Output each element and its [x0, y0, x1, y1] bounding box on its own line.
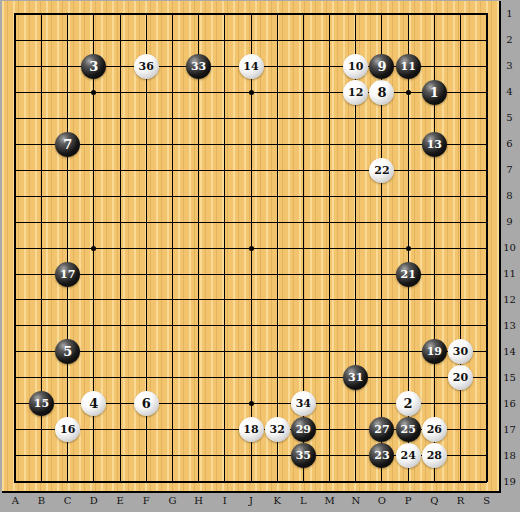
row-label-16: 16 [501, 398, 518, 409]
star-point [249, 246, 254, 251]
col-label-F: F [136, 495, 156, 506]
stone-move-27-black[interactable]: 27 [369, 417, 394, 442]
stone-move-11-black[interactable]: 11 [396, 54, 421, 79]
stone-move-20-white[interactable]: 20 [448, 365, 473, 390]
row-label-18: 18 [501, 450, 518, 461]
stone-move-10-white[interactable]: 10 [343, 54, 368, 79]
row-label-8: 8 [501, 190, 518, 201]
col-label-P: P [398, 495, 418, 506]
star-point [406, 246, 411, 251]
col-label-H: H [189, 495, 209, 506]
row-label-19: 19 [501, 476, 518, 487]
grid-line [277, 13, 278, 482]
stone-move-14-white[interactable]: 14 [239, 54, 264, 79]
page: 1234567891011121314151617181920212223242… [0, 0, 520, 512]
row-label-9: 9 [501, 216, 518, 227]
stone-move-13-black[interactable]: 13 [422, 132, 447, 157]
stone-move-35-black[interactable]: 35 [291, 443, 316, 468]
col-label-Q: Q [424, 495, 444, 506]
grid-line [14, 481, 487, 483]
stone-move-7-black[interactable]: 7 [55, 132, 80, 157]
row-label-15: 15 [501, 372, 518, 383]
col-label-L: L [293, 495, 313, 506]
stone-move-1-black[interactable]: 1 [422, 80, 447, 105]
star-point [91, 90, 96, 95]
row-label-10: 10 [501, 242, 518, 253]
row-label-17: 17 [501, 424, 518, 435]
col-label-B: B [31, 495, 51, 506]
row-label-14: 14 [501, 346, 518, 357]
stone-move-30-white[interactable]: 30 [448, 339, 473, 364]
grid-line [14, 325, 487, 326]
stone-move-32-white[interactable]: 32 [265, 417, 290, 442]
row-label-11: 11 [501, 268, 518, 279]
col-label-O: O [372, 495, 392, 506]
col-label-A: A [5, 495, 25, 506]
stone-move-34-white[interactable]: 34 [291, 391, 316, 416]
grid-line [329, 13, 330, 482]
star-point [249, 401, 254, 406]
row-label-3: 3 [501, 60, 518, 71]
row-label-4: 4 [501, 86, 518, 97]
stone-move-25-black[interactable]: 25 [396, 417, 421, 442]
stone-move-3-black[interactable]: 3 [81, 54, 106, 79]
stone-move-23-black[interactable]: 23 [369, 443, 394, 468]
stone-move-26-white[interactable]: 26 [422, 417, 447, 442]
stone-move-33-black[interactable]: 33 [186, 54, 211, 79]
col-label-N: N [346, 495, 366, 506]
star-point [406, 90, 411, 95]
row-label-6: 6 [501, 138, 518, 149]
stone-move-2-white[interactable]: 2 [396, 391, 421, 416]
col-label-R: R [451, 495, 471, 506]
col-label-J: J [241, 495, 261, 506]
star-point [249, 90, 254, 95]
stone-move-9-black[interactable]: 9 [369, 54, 394, 79]
col-label-M: M [320, 495, 340, 506]
stone-move-24-white[interactable]: 24 [396, 443, 421, 468]
grid-line [14, 299, 487, 300]
stone-move-16-white[interactable]: 16 [55, 417, 80, 442]
row-label-5: 5 [501, 112, 518, 123]
row-label-1: 1 [501, 8, 518, 19]
stone-move-12-white[interactable]: 12 [343, 80, 368, 105]
stone-move-17-black[interactable]: 17 [55, 262, 80, 287]
stone-move-21-black[interactable]: 21 [396, 262, 421, 287]
col-label-D: D [84, 495, 104, 506]
col-label-I: I [215, 495, 235, 506]
grid-line [486, 13, 488, 482]
star-point [91, 246, 96, 251]
stone-move-18-white[interactable]: 18 [239, 417, 264, 442]
stone-move-28-white[interactable]: 28 [422, 443, 447, 468]
row-label-2: 2 [501, 34, 518, 45]
row-label-12: 12 [501, 294, 518, 305]
grid-line [14, 377, 487, 378]
row-label-7: 7 [501, 164, 518, 175]
stone-move-5-black[interactable]: 5 [55, 339, 80, 364]
grid-line [460, 13, 461, 482]
stone-move-22-white[interactable]: 22 [369, 158, 394, 183]
col-label-G: G [162, 495, 182, 506]
go-board[interactable]: 1234567891011121314151617181920212223242… [2, 1, 501, 493]
col-label-C: C [58, 495, 78, 506]
stone-move-4-white[interactable]: 4 [81, 391, 106, 416]
grid-line [14, 351, 487, 352]
stone-move-29-black[interactable]: 29 [291, 417, 316, 442]
col-label-K: K [267, 495, 287, 506]
col-label-S: S [477, 495, 497, 506]
row-label-13: 13 [501, 320, 518, 331]
stone-move-31-black[interactable]: 31 [343, 365, 368, 390]
stone-move-19-black[interactable]: 19 [422, 339, 447, 364]
stone-move-15-black[interactable]: 15 [29, 391, 54, 416]
stone-move-8-white[interactable]: 8 [369, 80, 394, 105]
stone-move-6-white[interactable]: 6 [134, 391, 159, 416]
stone-move-36-white[interactable]: 36 [134, 54, 159, 79]
col-label-E: E [110, 495, 130, 506]
